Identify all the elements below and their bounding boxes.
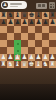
piece-black-p-h7: ♟ [50, 19, 56, 26]
square-g7[interactable]: ♟ [42, 19, 49, 26]
menu-dot [50, 6, 52, 8]
piece-white-n-b1: ♞ [8, 61, 14, 68]
square-g4[interactable] [42, 40, 49, 47]
piece-white-q-d1: ♛ [22, 61, 28, 68]
bottom-area [0, 84, 56, 100]
square-d4[interactable] [21, 40, 28, 47]
clock-digits [38, 4, 41, 7]
square-b7[interactable]: ♟ [7, 19, 14, 26]
square-h4[interactable] [49, 40, 56, 47]
piece-white-k-e1: ♚ [29, 61, 35, 68]
below-board-toolbar [0, 68, 56, 84]
square-c7[interactable]: ♟ [14, 19, 21, 26]
square-e6[interactable] [28, 26, 35, 33]
square-d7[interactable]: ♟ [21, 19, 28, 26]
square-h6[interactable] [49, 26, 56, 33]
piece-black-p-f7: ♟ [36, 19, 42, 26]
piece-white-b-c1: ♝ [15, 61, 21, 68]
square-g5[interactable] [42, 33, 49, 40]
piece-white-r-a1: ♜ [1, 61, 7, 68]
player-avatar-pawn-icon: ♟ [2, 2, 8, 8]
player-info-pill[interactable]: ♟ [1, 1, 27, 9]
square-e4[interactable] [28, 40, 35, 47]
piece-white-b-f1: ♝ [36, 61, 42, 68]
player-detail-text [10, 6, 18, 8]
square-g6[interactable] [42, 26, 49, 33]
piece-black-p-e7: ♟ [29, 19, 35, 26]
square-a4[interactable] [0, 40, 7, 47]
square-b4[interactable] [7, 40, 14, 47]
square-d6[interactable] [21, 26, 28, 33]
square-a7[interactable]: ♟ [0, 19, 7, 26]
piece-white-r-h1: ♜ [50, 61, 56, 68]
square-h5[interactable] [49, 33, 56, 40]
piece-white-n-g1: ♞ [43, 61, 49, 68]
menu-dot [50, 4, 52, 6]
square-f1[interactable]: ♝ [35, 61, 42, 68]
piece-black-p-d7: ♟ [22, 19, 28, 26]
square-a1[interactable]: ♜ [0, 61, 7, 68]
grid-menu-icon[interactable] [49, 2, 56, 9]
square-f6[interactable] [35, 26, 42, 33]
square-b6[interactable] [7, 26, 14, 33]
piece-black-p-g7: ♟ [43, 19, 49, 26]
square-c1[interactable]: ♝ [14, 61, 21, 68]
square-g1[interactable]: ♞ [42, 61, 49, 68]
square-a6[interactable] [0, 26, 7, 33]
square-h7[interactable]: ♟ [49, 19, 56, 26]
square-a5[interactable] [0, 33, 7, 40]
menu-dot [53, 6, 55, 8]
square-b5[interactable] [7, 33, 14, 40]
square-e1[interactable]: ♚ [28, 61, 35, 68]
square-c5[interactable] [14, 33, 21, 40]
piece-black-p-b7: ♟ [8, 19, 14, 26]
piece-black-p-a7: ♟ [1, 19, 7, 26]
player-name-text [10, 3, 22, 5]
square-c4[interactable] [14, 40, 21, 47]
chess-app-screen: ♟ ♜♞♝♛♚♝♞♜♟♟♟♟♟♟♟♟♟♟♟♟♟♟♟♟♜♞♝♛♚♝♞♜ [0, 0, 56, 100]
square-d5[interactable] [21, 33, 28, 40]
square-e7[interactable]: ♟ [28, 19, 35, 26]
piece-black-p-c7: ♟ [15, 19, 21, 26]
square-f4[interactable] [35, 40, 42, 47]
clock-digits [42, 4, 45, 7]
square-f7[interactable]: ♟ [35, 19, 42, 26]
square-h1[interactable]: ♜ [49, 61, 56, 68]
menu-dot [53, 4, 55, 6]
square-e5[interactable] [28, 33, 35, 40]
square-f5[interactable] [35, 33, 42, 40]
chess-board[interactable]: ♜♞♝♛♚♝♞♜♟♟♟♟♟♟♟♟♟♟♟♟♟♟♟♟♜♞♝♛♚♝♞♜ [0, 12, 56, 68]
player-text-lines [10, 3, 22, 7]
square-b1[interactable]: ♞ [7, 61, 14, 68]
square-d1[interactable]: ♛ [21, 61, 28, 68]
square-c6[interactable] [14, 26, 21, 33]
game-clock [36, 3, 47, 9]
